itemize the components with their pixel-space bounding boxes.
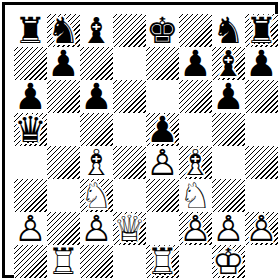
white-pawn-c2: ♟♙ <box>80 212 113 245</box>
square-f2: ♟♙ <box>179 212 212 245</box>
square-c8: ♝ <box>80 14 113 47</box>
black-king-e8: ♚ <box>146 14 179 47</box>
square-g4 <box>212 146 245 179</box>
square-a5: ♛ <box>14 113 47 146</box>
white-pawn-glyph: ♙ <box>146 146 179 179</box>
square-d8 <box>113 14 146 47</box>
square-h1 <box>245 245 278 278</box>
square-h2: ♟♙ <box>245 212 278 245</box>
square-e1: ♜♖ <box>146 245 179 278</box>
square-b7: ♟ <box>47 47 80 80</box>
black-pawn-glyph: ♟ <box>212 80 245 113</box>
white-pawn-glyph: ♙ <box>179 212 212 245</box>
black-pawn-glyph: ♟ <box>47 47 80 80</box>
white-rook-glyph: ♖ <box>146 245 179 278</box>
black-bishop-c8: ♝ <box>80 14 113 47</box>
square-g5 <box>212 113 245 146</box>
square-h6 <box>245 80 278 113</box>
chess-diagram: ♜♞♝♚♞♜♟♟♝♟♟♟♟♛♟♝♗♟♙♝♗♞♘♞♘♟♙♟♙♛♕♟♙♟♙♟♙♜♖♜… <box>0 0 280 280</box>
square-d7 <box>113 47 146 80</box>
square-b4 <box>47 146 80 179</box>
square-a2: ♟♙ <box>14 212 47 245</box>
square-f7: ♟ <box>179 47 212 80</box>
square-e4: ♟♙ <box>146 146 179 179</box>
square-b5 <box>47 113 80 146</box>
square-h5 <box>245 113 278 146</box>
square-a1 <box>14 245 47 278</box>
black-pawn-f7: ♟ <box>179 47 212 80</box>
white-queen-d2: ♛♕ <box>113 212 146 245</box>
square-g6: ♟ <box>212 80 245 113</box>
square-b6 <box>47 80 80 113</box>
white-rook-b1: ♜♖ <box>47 245 80 278</box>
black-pawn-glyph: ♟ <box>245 47 278 80</box>
black-pawn-glyph: ♟ <box>80 80 113 113</box>
white-queen-glyph: ♕ <box>113 212 146 245</box>
black-bishop-glyph: ♝ <box>80 14 113 47</box>
square-f6 <box>179 80 212 113</box>
square-f1 <box>179 245 212 278</box>
board-frame: ♜♞♝♚♞♜♟♟♝♟♟♟♟♛♟♝♗♟♙♝♗♞♘♞♘♟♙♟♙♛♕♟♙♟♙♟♙♜♖♜… <box>2 2 278 278</box>
black-pawn-b7: ♟ <box>47 47 80 80</box>
black-pawn-g6: ♟ <box>212 80 245 113</box>
square-c6: ♟ <box>80 80 113 113</box>
black-queen-glyph: ♛ <box>14 113 47 146</box>
square-a4 <box>14 146 47 179</box>
black-pawn-glyph: ♟ <box>179 47 212 80</box>
square-h7: ♟ <box>245 47 278 80</box>
square-g1: ♚♔ <box>212 245 245 278</box>
square-d1 <box>113 245 146 278</box>
square-b3 <box>47 179 80 212</box>
white-rook-e1: ♜♖ <box>146 245 179 278</box>
black-queen-a5: ♛ <box>14 113 47 146</box>
white-pawn-a2: ♟♙ <box>14 212 47 245</box>
white-king-g1: ♚♔ <box>212 245 245 278</box>
black-rook-a8: ♜ <box>14 14 47 47</box>
square-d4 <box>113 146 146 179</box>
chess-board: ♜♞♝♚♞♜♟♟♝♟♟♟♟♛♟♝♗♟♙♝♗♞♘♞♘♟♙♟♙♛♕♟♙♟♙♟♙♜♖♜… <box>14 14 278 278</box>
black-pawn-c6: ♟ <box>80 80 113 113</box>
white-pawn-h2: ♟♙ <box>245 212 278 245</box>
black-pawn-h7: ♟ <box>245 47 278 80</box>
white-pawn-f2: ♟♙ <box>179 212 212 245</box>
white-rook-glyph: ♖ <box>47 245 80 278</box>
square-h4 <box>245 146 278 179</box>
square-e3 <box>146 179 179 212</box>
square-d5 <box>113 113 146 146</box>
white-pawn-glyph: ♙ <box>245 212 278 245</box>
square-c2: ♟♙ <box>80 212 113 245</box>
square-a8: ♜ <box>14 14 47 47</box>
square-d6 <box>113 80 146 113</box>
square-e7 <box>146 47 179 80</box>
white-pawn-e4: ♟♙ <box>146 146 179 179</box>
black-king-glyph: ♚ <box>146 14 179 47</box>
white-king-glyph: ♔ <box>212 245 245 278</box>
square-c1 <box>80 245 113 278</box>
white-pawn-glyph: ♙ <box>80 212 113 245</box>
white-pawn-glyph: ♙ <box>14 212 47 245</box>
square-d2: ♛♕ <box>113 212 146 245</box>
square-b1: ♜♖ <box>47 245 80 278</box>
black-rook-glyph: ♜ <box>14 14 47 47</box>
square-e8: ♚ <box>146 14 179 47</box>
